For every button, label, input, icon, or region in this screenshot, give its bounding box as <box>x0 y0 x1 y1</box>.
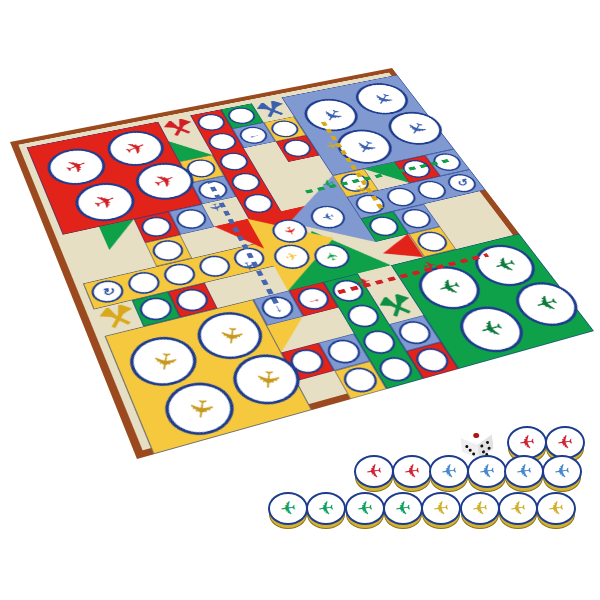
plane-icon: ✈ <box>432 275 466 299</box>
plane-icon: ✈ <box>474 316 509 342</box>
plane-icon: ✈ <box>60 156 93 178</box>
token-face: ✈ <box>460 492 500 525</box>
green-plane-token[interactable]: ✈ <box>383 492 421 528</box>
plane-icon: ✈ <box>529 291 564 316</box>
blue-plane-token[interactable]: ✈ <box>504 455 542 491</box>
plane-icon: ✈ <box>432 498 450 519</box>
plane-icon: ✈ <box>214 325 246 345</box>
plane-icon: ✈ <box>477 461 495 482</box>
plane-icon: ✈ <box>509 498 527 519</box>
token-face: ✈ <box>467 455 507 488</box>
product-photo-stage: { "game": "aeroplane-chess", "title": "F… <box>0 0 600 600</box>
track-circle <box>196 253 235 280</box>
track-circle <box>338 364 381 396</box>
red-plane-token[interactable]: ✈ <box>354 455 392 491</box>
hangar-circle: ✈ <box>156 376 243 443</box>
plane-icon: ✈ <box>355 498 373 519</box>
plane-icon: ✈ <box>547 498 565 519</box>
plane-icon: ✈ <box>88 190 122 213</box>
green-plane-token[interactable]: ✈ <box>306 492 344 528</box>
plane-icon: ✈ <box>400 119 430 137</box>
plane-icon: ✈ <box>367 90 397 107</box>
green-plane-token[interactable]: ✈ <box>268 492 306 528</box>
plane-icon: ✈ <box>488 254 522 277</box>
yellow-plane-token[interactable]: ✈ <box>498 492 536 528</box>
plane-icon: ✈ <box>365 461 383 482</box>
track-circle: → <box>293 285 334 313</box>
track-circle <box>149 237 187 263</box>
plane-icon: ✈ <box>316 106 347 124</box>
token-face: ✈ <box>498 492 538 525</box>
plane-icon: ✈ <box>518 432 536 453</box>
plane-icon: ✈ <box>279 225 301 237</box>
plane-icon: ✈ <box>470 498 488 519</box>
plane-icon: ✈ <box>120 138 152 159</box>
plane-icon: ✈ <box>440 461 458 482</box>
track-circle <box>240 192 277 216</box>
plane-icon: ✈ <box>279 498 297 519</box>
blue-plane-token[interactable]: ✈ <box>542 455 580 491</box>
track-circle <box>413 178 451 201</box>
plane-icon: ✈ <box>319 210 338 224</box>
token-face: ✈ <box>421 492 461 525</box>
track-circle <box>228 171 265 194</box>
plane-icon: ✈ <box>556 432 574 453</box>
green-plane-token[interactable]: ✈ <box>345 492 383 528</box>
plane-icon: ✈ <box>515 461 533 482</box>
token-face: ✈ <box>268 492 308 525</box>
plane-icon: ✈ <box>321 250 343 263</box>
plane-icon: ✈ <box>148 170 181 192</box>
token-face: ✈ <box>536 492 576 525</box>
plane-icon: ✈ <box>394 498 412 519</box>
plane-icon: ✈ <box>250 368 282 390</box>
token-face: ✈ <box>383 492 423 525</box>
play-mat: ✈✈✈✈ ✈✈✈✈ ✈✈✈✈ ✈✈✈✈ ↺ ↻ ←↓→ ✈ ✈ ✈ ✈ ✈ ✈ … <box>10 68 594 459</box>
plane-icon: ✈ <box>282 249 301 264</box>
plane-icon: ✈ <box>349 137 380 156</box>
plane-icon: ✈ <box>317 498 335 519</box>
blue-plane-token[interactable]: ✈ <box>467 455 505 491</box>
yellow-plane-token[interactable]: ✈ <box>460 492 498 528</box>
token-face: ✈ <box>542 455 582 488</box>
plane-icon: ✈ <box>182 397 216 420</box>
yellow-plane-token[interactable]: ✈ <box>536 492 574 528</box>
token-face: ✈ <box>354 455 394 488</box>
token-face: ✈ <box>504 455 544 488</box>
track-circle <box>172 207 210 232</box>
red-plane-token[interactable]: ✈ <box>392 455 430 491</box>
plane-icon: ✈ <box>146 350 180 371</box>
hangar-circle: ✈ <box>69 178 142 226</box>
blue-plane-token[interactable]: ✈ <box>429 455 467 491</box>
token-face: ✈ <box>429 455 469 488</box>
yellow-plane-token[interactable]: ✈ <box>421 492 459 528</box>
token-face: ✈ <box>392 455 432 488</box>
track-circle: ↺ <box>443 172 481 195</box>
token-face: ✈ <box>345 492 385 525</box>
plane-icon: ✈ <box>402 461 420 482</box>
track-circle <box>216 151 252 173</box>
plane-icon: ✈ <box>552 461 570 482</box>
